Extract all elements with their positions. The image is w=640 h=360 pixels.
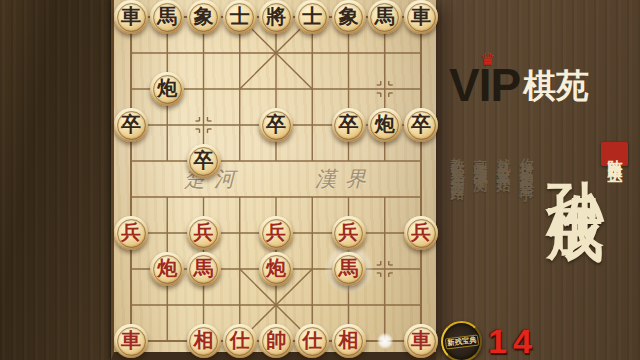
piece-red-炮[interactable]: 炮 xyxy=(150,252,184,286)
right-panel: ♛ VIP棋苑 教你完整布局套路 高端实战评测 就从这里开始 你想成为象棋高手 … xyxy=(436,0,640,360)
piece-black-馬[interactable]: 馬 xyxy=(150,0,184,34)
piece-glyph: 炮 xyxy=(157,251,177,285)
piece-red-兵[interactable]: 兵 xyxy=(332,216,366,250)
piece-glyph: 仕 xyxy=(302,323,322,357)
piece-red-車[interactable]: 車 xyxy=(404,324,438,358)
piece-glyph: 卒 xyxy=(121,107,141,141)
piece-glyph: 車 xyxy=(121,0,141,33)
piece-glyph: 馬 xyxy=(339,251,359,285)
piece-black-卒[interactable]: 卒 xyxy=(187,144,221,178)
piece-glyph: 相 xyxy=(194,323,214,357)
piece-black-卒[interactable]: 卒 xyxy=(259,108,293,142)
coin-badge: 新残宝典 xyxy=(441,321,482,360)
piece-black-車[interactable]: 車 xyxy=(114,0,148,34)
piece-black-象[interactable]: 象 xyxy=(332,0,366,34)
piece-red-兵[interactable]: 兵 xyxy=(259,216,293,250)
piece-glyph: 卒 xyxy=(194,143,214,177)
vip-logo-suffix: 棋苑 xyxy=(523,66,589,105)
piece-glyph: 帥 xyxy=(266,323,286,357)
piece-glyph: 馬 xyxy=(194,251,214,285)
piece-red-帥[interactable]: 帥 xyxy=(259,324,293,358)
piece-red-相[interactable]: 相 xyxy=(332,324,366,358)
piece-black-士[interactable]: 士 xyxy=(223,0,257,34)
master-title-badge: 陕西棋王 xyxy=(601,142,628,166)
piece-glyph: 車 xyxy=(411,323,431,357)
piece-glyph: 卒 xyxy=(339,107,359,141)
piece-glyph: 士 xyxy=(230,0,250,33)
crown-icon: ♛ xyxy=(480,49,495,69)
piece-black-馬[interactable]: 馬 xyxy=(368,0,402,34)
slogan-column-3: 就从这里开始 xyxy=(495,147,513,171)
piece-glyph: 象 xyxy=(339,0,359,33)
board-grid-lines xyxy=(114,0,439,360)
slogan-column-1: 教你完整布局套路 xyxy=(449,147,467,179)
piece-glyph: 士 xyxy=(302,0,322,33)
piece-glyph: 馬 xyxy=(375,0,395,33)
piece-glyph: 卒 xyxy=(411,107,431,141)
piece-glyph: 炮 xyxy=(375,107,395,141)
piece-black-將[interactable]: 將 xyxy=(259,0,293,34)
piece-black-象[interactable]: 象 xyxy=(187,0,221,34)
coin-stamp-text: 新残宝典 xyxy=(444,334,478,349)
app-root: 楚河 漢界 車馬象士將士象馬車炮卒卒卒炮卒卒兵兵兵兵兵炮馬炮馬車相仕帥仕相車 ♛… xyxy=(0,0,640,360)
piece-glyph: 馬 xyxy=(157,0,177,33)
piece-red-仕[interactable]: 仕 xyxy=(295,324,329,358)
piece-red-炮[interactable]: 炮 xyxy=(259,252,293,286)
piece-red-相[interactable]: 相 xyxy=(187,324,221,358)
piece-black-卒[interactable]: 卒 xyxy=(332,108,366,142)
piece-black-卒[interactable]: 卒 xyxy=(114,108,148,142)
piece-glyph: 兵 xyxy=(266,215,286,249)
piece-glyph: 將 xyxy=(266,0,286,33)
piece-black-士[interactable]: 士 xyxy=(295,0,329,34)
xiangqi-board: 楚河 漢界 車馬象士將士象馬車炮卒卒卒炮卒卒兵兵兵兵兵炮馬炮馬車相仕帥仕相車 xyxy=(111,0,436,360)
piece-red-仕[interactable]: 仕 xyxy=(223,324,257,358)
piece-glyph: 炮 xyxy=(266,251,286,285)
piece-black-車[interactable]: 車 xyxy=(404,0,438,34)
piece-glyph: 車 xyxy=(121,323,141,357)
piece-red-馬[interactable]: 馬 xyxy=(332,252,366,286)
piece-glyph: 兵 xyxy=(194,215,214,249)
piece-glyph: 兵 xyxy=(121,215,141,249)
piece-glyph: 車 xyxy=(411,0,431,33)
piece-black-卒[interactable]: 卒 xyxy=(404,108,438,142)
piece-red-車[interactable]: 車 xyxy=(114,324,148,358)
piece-glyph: 卒 xyxy=(266,107,286,141)
piece-red-馬[interactable]: 馬 xyxy=(187,252,221,286)
piece-glyph: 仕 xyxy=(230,323,250,357)
river-label-right: 漢界 xyxy=(315,165,375,193)
piece-red-兵[interactable]: 兵 xyxy=(114,216,148,250)
piece-glyph: 兵 xyxy=(411,215,431,249)
piece-glyph: 相 xyxy=(339,323,359,357)
slogan-column-2: 高端实战评测 xyxy=(472,147,490,171)
vip-logo: ♛ VIP棋苑 xyxy=(449,58,589,112)
piece-glyph: 象 xyxy=(194,0,214,33)
piece-black-炮[interactable]: 炮 xyxy=(368,108,402,142)
piece-black-炮[interactable]: 炮 xyxy=(150,72,184,106)
piece-red-兵[interactable]: 兵 xyxy=(404,216,438,250)
piece-glyph: 炮 xyxy=(157,71,177,105)
slogan-column-4: 你想成为象棋高手 xyxy=(518,147,536,179)
episode-number: 14 xyxy=(488,322,538,360)
piece-glyph: 兵 xyxy=(339,215,359,249)
piece-red-兵[interactable]: 兵 xyxy=(187,216,221,250)
